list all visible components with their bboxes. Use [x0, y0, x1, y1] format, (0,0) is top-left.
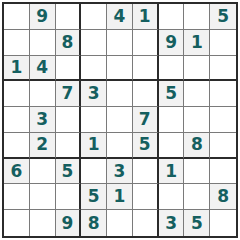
cell-r6c9[interactable]	[210, 133, 236, 159]
cell-r8c9[interactable]: 8	[210, 184, 236, 210]
cell-r3c2[interactable]: 4	[30, 56, 56, 82]
cell-r7c9[interactable]	[210, 159, 236, 185]
cell-r8c3[interactable]	[56, 184, 82, 210]
cell-r4c4[interactable]: 3	[81, 81, 107, 107]
cell-r9c5[interactable]	[107, 210, 133, 236]
cell-r5c7[interactable]	[159, 107, 185, 133]
cell-r6c6[interactable]: 5	[133, 133, 159, 159]
cell-r2c3[interactable]: 8	[56, 30, 82, 56]
cell-r2c8[interactable]: 1	[184, 30, 210, 56]
cell-r8c2[interactable]	[30, 184, 56, 210]
cell-r9c8[interactable]: 5	[184, 210, 210, 236]
cell-r2c4[interactable]	[81, 30, 107, 56]
cell-r6c8[interactable]: 8	[184, 133, 210, 159]
cell-r9c1[interactable]	[4, 210, 30, 236]
cell-r6c4[interactable]: 1	[81, 133, 107, 159]
cell-r1c3[interactable]	[56, 4, 82, 30]
cell-r1c7[interactable]	[159, 4, 185, 30]
cell-r4c6[interactable]	[133, 81, 159, 107]
cell-r3c7[interactable]	[159, 56, 185, 82]
cell-r7c3[interactable]: 5	[56, 159, 82, 185]
cell-r1c4[interactable]	[81, 4, 107, 30]
cell-r5c1[interactable]	[4, 107, 30, 133]
cell-r3c4[interactable]	[81, 56, 107, 82]
cell-r2c1[interactable]	[4, 30, 30, 56]
cell-r4c9[interactable]	[210, 81, 236, 107]
cell-r3c1[interactable]: 1	[4, 56, 30, 82]
cell-r7c1[interactable]: 6	[4, 159, 30, 185]
cell-r4c5[interactable]	[107, 81, 133, 107]
cell-r7c2[interactable]	[30, 159, 56, 185]
cell-r1c6[interactable]: 1	[133, 4, 159, 30]
cell-r1c5[interactable]: 4	[107, 4, 133, 30]
cell-r9c6[interactable]	[133, 210, 159, 236]
cell-r8c1[interactable]	[4, 184, 30, 210]
cell-r9c2[interactable]	[30, 210, 56, 236]
cell-r6c3[interactable]	[56, 133, 82, 159]
cell-r5c2[interactable]: 3	[30, 107, 56, 133]
cell-r1c1[interactable]	[4, 4, 30, 30]
cell-r9c7[interactable]: 3	[159, 210, 185, 236]
cell-r7c8[interactable]	[184, 159, 210, 185]
cell-r7c5[interactable]: 3	[107, 159, 133, 185]
cell-r9c9[interactable]	[210, 210, 236, 236]
cell-r3c3[interactable]	[56, 56, 82, 82]
cell-r1c2[interactable]: 9	[30, 4, 56, 30]
cell-r9c4[interactable]: 8	[81, 210, 107, 236]
cell-r4c8[interactable]	[184, 81, 210, 107]
cell-r4c7[interactable]: 5	[159, 81, 185, 107]
cell-r2c6[interactable]	[133, 30, 159, 56]
cell-r9c3[interactable]: 9	[56, 210, 82, 236]
cell-r1c9[interactable]: 5	[210, 4, 236, 30]
cell-r3c6[interactable]	[133, 56, 159, 82]
cell-r7c7[interactable]: 1	[159, 159, 185, 185]
cell-r4c2[interactable]	[30, 81, 56, 107]
cell-r5c8[interactable]	[184, 107, 210, 133]
cell-r2c5[interactable]	[107, 30, 133, 56]
cell-r5c9[interactable]	[210, 107, 236, 133]
cell-r3c5[interactable]	[107, 56, 133, 82]
cell-r4c1[interactable]	[4, 81, 30, 107]
sudoku-board: 94158911473537215865315189835	[2, 2, 238, 238]
cell-r5c6[interactable]: 7	[133, 107, 159, 133]
cell-r2c2[interactable]	[30, 30, 56, 56]
cell-r5c3[interactable]	[56, 107, 82, 133]
cell-r3c9[interactable]	[210, 56, 236, 82]
cell-r5c5[interactable]	[107, 107, 133, 133]
cell-r4c3[interactable]: 7	[56, 81, 82, 107]
cell-r6c5[interactable]	[107, 133, 133, 159]
cell-r7c6[interactable]	[133, 159, 159, 185]
cell-r5c4[interactable]	[81, 107, 107, 133]
cell-r6c7[interactable]	[159, 133, 185, 159]
cell-r8c8[interactable]	[184, 184, 210, 210]
cell-r8c4[interactable]: 5	[81, 184, 107, 210]
cell-r7c4[interactable]	[81, 159, 107, 185]
cell-r6c2[interactable]: 2	[30, 133, 56, 159]
cell-r8c6[interactable]	[133, 184, 159, 210]
cell-r8c7[interactable]	[159, 184, 185, 210]
cell-r8c5[interactable]: 1	[107, 184, 133, 210]
cell-r2c9[interactable]	[210, 30, 236, 56]
cell-r6c1[interactable]	[4, 133, 30, 159]
cell-r3c8[interactable]	[184, 56, 210, 82]
cell-r1c8[interactable]	[184, 4, 210, 30]
cell-r2c7[interactable]: 9	[159, 30, 185, 56]
